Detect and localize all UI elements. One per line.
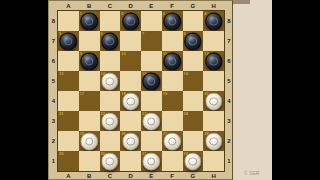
file-label-c: C xyxy=(100,171,121,180)
white-man-c1[interactable] xyxy=(101,152,119,170)
square-a1[interactable]: 29 xyxy=(58,151,79,171)
file-label-a: A xyxy=(58,171,79,180)
square-a4 xyxy=(58,91,79,111)
square-f3 xyxy=(162,111,183,131)
square-number: 24 xyxy=(184,111,188,116)
square-number: 7 xyxy=(142,31,144,36)
square-c5[interactable]: 14 xyxy=(100,71,121,91)
file-label-d: D xyxy=(120,171,141,180)
black-man-a7[interactable] xyxy=(60,32,78,50)
white-man-c5[interactable] xyxy=(101,72,119,90)
file-label-d: D xyxy=(120,1,141,11)
file-label-g: G xyxy=(183,1,204,11)
square-number: 13 xyxy=(59,71,63,76)
video-frame: ABCDEFGH 87654321 1234567891011121314151… xyxy=(0,0,320,180)
white-man-g1[interactable] xyxy=(184,152,202,170)
square-h4[interactable]: 20 xyxy=(203,91,224,111)
board-frame: ABCDEFGH 87654321 1234567891011121314151… xyxy=(48,0,233,180)
square-d4[interactable]: 18 xyxy=(120,91,141,111)
rank-label-1: 1 xyxy=(49,151,58,171)
square-g6 xyxy=(183,51,204,71)
square-f2[interactable]: 27 xyxy=(162,131,183,151)
square-b1 xyxy=(79,151,100,171)
square-b3 xyxy=(79,111,100,131)
file-label-b: B xyxy=(79,171,100,180)
square-a2 xyxy=(58,131,79,151)
white-man-d2[interactable] xyxy=(122,132,140,150)
square-b7 xyxy=(79,31,100,51)
square-c4 xyxy=(100,91,121,111)
square-d1 xyxy=(120,151,141,171)
square-c6 xyxy=(100,51,121,71)
square-d5 xyxy=(120,71,141,91)
square-h7 xyxy=(203,31,224,51)
black-man-h6[interactable] xyxy=(205,52,223,70)
square-d2[interactable]: 26 xyxy=(120,131,141,151)
rank-label-3: 3 xyxy=(49,111,58,131)
square-f5 xyxy=(162,71,183,91)
checkers-board: 1234567891011121314151617181920212223242… xyxy=(58,11,224,171)
file-label-g: G xyxy=(183,171,204,180)
square-h3 xyxy=(203,111,224,131)
square-c1[interactable]: 30 xyxy=(100,151,121,171)
square-e6 xyxy=(141,51,162,71)
square-number: 10 xyxy=(121,51,125,56)
square-b8[interactable]: 1 xyxy=(79,11,100,31)
square-a5[interactable]: 13 xyxy=(58,71,79,91)
file-label-b: B xyxy=(79,1,100,11)
file-labels-bottom: ABCDEFGH xyxy=(58,171,224,180)
watermark-text: © SER xyxy=(244,170,259,176)
square-d7 xyxy=(120,31,141,51)
square-f7 xyxy=(162,31,183,51)
square-g5[interactable]: 16 xyxy=(183,71,204,91)
black-man-c7[interactable] xyxy=(101,32,119,50)
square-e8 xyxy=(141,11,162,31)
white-man-c3[interactable] xyxy=(101,112,119,130)
black-man-b8[interactable] xyxy=(80,12,98,30)
square-h8[interactable]: 4 xyxy=(203,11,224,31)
square-g1[interactable]: 32 xyxy=(183,151,204,171)
square-c2 xyxy=(100,131,121,151)
white-man-e1[interactable] xyxy=(143,152,161,170)
black-man-h8[interactable] xyxy=(205,12,223,30)
square-b2[interactable]: 25 xyxy=(79,131,100,151)
square-a3[interactable]: 21 xyxy=(58,111,79,131)
white-man-b2[interactable] xyxy=(80,132,98,150)
square-d3 xyxy=(120,111,141,131)
square-g8 xyxy=(183,11,204,31)
square-f6[interactable]: 11 xyxy=(162,51,183,71)
square-c7[interactable]: 6 xyxy=(100,31,121,51)
file-label-h: H xyxy=(203,1,224,11)
white-man-h4[interactable] xyxy=(205,92,223,110)
square-number: 19 xyxy=(163,91,167,96)
black-man-f6[interactable] xyxy=(163,52,181,70)
file-label-f: F xyxy=(162,1,183,11)
square-d6[interactable]: 10 xyxy=(120,51,141,71)
square-d8[interactable]: 2 xyxy=(120,11,141,31)
black-man-d8[interactable] xyxy=(122,12,140,30)
square-c3[interactable]: 22 xyxy=(100,111,121,131)
rank-label-8: 8 xyxy=(49,11,58,31)
square-g7[interactable]: 8 xyxy=(183,31,204,51)
square-e4 xyxy=(141,91,162,111)
white-man-f2[interactable] xyxy=(163,132,181,150)
white-man-h2[interactable] xyxy=(205,132,223,150)
black-man-g7[interactable] xyxy=(184,32,202,50)
rank-label-2: 2 xyxy=(49,131,58,151)
square-number: 29 xyxy=(59,151,63,156)
square-f1 xyxy=(162,151,183,171)
square-g2 xyxy=(183,131,204,151)
square-g4 xyxy=(183,91,204,111)
square-h5 xyxy=(203,71,224,91)
square-b4[interactable]: 17 xyxy=(79,91,100,111)
file-label-e: E xyxy=(141,171,162,180)
square-g3[interactable]: 24 xyxy=(183,111,204,131)
square-a7[interactable]: 5 xyxy=(58,31,79,51)
square-number: 16 xyxy=(184,71,188,76)
file-label-a: A xyxy=(58,1,79,11)
square-number: 21 xyxy=(59,111,63,116)
square-e7[interactable]: 7 xyxy=(141,31,162,51)
rank-label-5: 5 xyxy=(49,71,58,91)
square-f8[interactable]: 3 xyxy=(162,11,183,31)
rank-label-7: 7 xyxy=(49,31,58,51)
rank-label-4: 4 xyxy=(49,91,58,111)
square-number: 17 xyxy=(80,91,84,96)
file-label-c: C xyxy=(100,1,121,11)
file-label-h: H xyxy=(203,171,224,180)
rank-labels-left: 87654321 xyxy=(49,11,58,171)
square-e3[interactable]: 23 xyxy=(141,111,162,131)
black-man-f8[interactable] xyxy=(163,12,181,30)
white-man-e3[interactable] xyxy=(143,112,161,130)
square-c8 xyxy=(100,11,121,31)
square-b5 xyxy=(79,71,100,91)
square-h2[interactable]: 28 xyxy=(203,131,224,151)
black-man-e5[interactable] xyxy=(143,72,161,90)
square-h1 xyxy=(203,151,224,171)
white-man-d4[interactable] xyxy=(122,92,140,110)
square-b6[interactable]: 9 xyxy=(79,51,100,71)
side-panel: © SER xyxy=(233,0,272,180)
square-a6 xyxy=(58,51,79,71)
file-label-f: F xyxy=(162,171,183,180)
file-label-e: E xyxy=(141,1,162,11)
black-man-b6[interactable] xyxy=(80,52,98,70)
rank-label-6: 6 xyxy=(49,51,58,71)
square-h6[interactable]: 12 xyxy=(203,51,224,71)
square-a8 xyxy=(58,11,79,31)
square-e5[interactable]: 15 xyxy=(141,71,162,91)
square-e2 xyxy=(141,131,162,151)
file-labels-top: ABCDEFGH xyxy=(58,1,224,11)
square-e1[interactable]: 31 xyxy=(141,151,162,171)
panel-top-strip xyxy=(233,0,250,4)
square-f4[interactable]: 19 xyxy=(162,91,183,111)
